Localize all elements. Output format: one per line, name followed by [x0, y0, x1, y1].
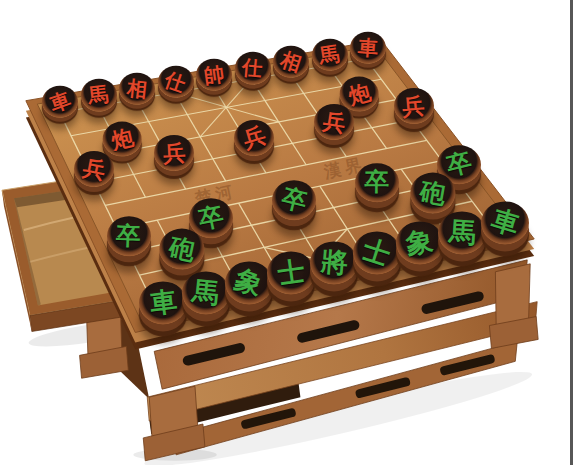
piece-red-soldier[interactable]: 兵 — [394, 88, 434, 124]
piece-red-advisor[interactable]: 仕 — [158, 66, 194, 98]
piece-character: 相 — [126, 77, 148, 99]
product-photo-canvas: 楚河 漢界 車馬相仕帥仕相馬車炮炮兵兵兵兵兵卒卒卒卒卒砲砲車馬象士將士象馬車 — [0, 0, 573, 465]
piece-character: 兵 — [321, 109, 347, 135]
piece-green-cannon[interactable]: 砲 — [410, 173, 455, 214]
piece-character: 將 — [319, 248, 348, 277]
piece-green-soldier[interactable]: 卒 — [189, 198, 233, 238]
piece-green-soldier[interactable]: 卒 — [355, 163, 399, 203]
piece-red-chariot[interactable]: 車 — [42, 86, 78, 118]
piece-character: 卒 — [197, 204, 226, 233]
piece-green-soldier[interactable]: 卒 — [272, 181, 316, 221]
piece-green-chariot[interactable]: 車 — [481, 201, 529, 244]
piece-character: 卒 — [116, 223, 141, 248]
piece-red-soldier[interactable]: 兵 — [154, 135, 194, 171]
piece-green-general[interactable]: 將 — [310, 241, 358, 284]
piece-character: 兵 — [402, 94, 426, 118]
piece-red-horse[interactable]: 馬 — [312, 39, 348, 71]
piece-red-elephant[interactable]: 相 — [273, 45, 309, 77]
piece-character: 象 — [231, 266, 265, 300]
piece-character: 士 — [276, 258, 306, 288]
piece-red-chariot[interactable]: 車 — [350, 32, 386, 64]
piece-character: 仕 — [242, 57, 264, 79]
piece-green-horse[interactable]: 馬 — [182, 271, 230, 314]
piece-red-advisor[interactable]: 仕 — [235, 52, 271, 84]
piece-character: 砲 — [418, 179, 447, 208]
piece-character: 車 — [357, 37, 379, 59]
piece-character: 炮 — [109, 126, 135, 152]
piece-character: 炮 — [346, 81, 373, 108]
piece-character: 兵 — [162, 142, 186, 166]
piece-green-cannon[interactable]: 砲 — [159, 229, 204, 270]
piece-character: 車 — [148, 288, 178, 318]
piece-red-cannon[interactable]: 炮 — [103, 122, 142, 157]
piece-green-advisor[interactable]: 士 — [267, 251, 315, 294]
piece-character: 砲 — [167, 234, 197, 264]
piece-red-elephant[interactable]: 相 — [119, 72, 155, 104]
piece-character: 卒 — [279, 185, 309, 215]
piece-character: 象 — [404, 228, 435, 259]
piece-character: 兵 — [81, 156, 107, 182]
piece-green-elephant[interactable]: 象 — [396, 221, 444, 264]
piece-character: 兵 — [240, 124, 268, 152]
piece-character: 車 — [488, 206, 522, 240]
piece-character: 卒 — [364, 170, 389, 195]
piece-red-soldier[interactable]: 兵 — [74, 151, 114, 187]
piece-green-chariot[interactable]: 車 — [139, 281, 187, 324]
piece-green-advisor[interactable]: 士 — [353, 231, 401, 274]
piece-red-soldier[interactable]: 兵 — [234, 120, 274, 156]
piece-character: 馬 — [318, 43, 341, 66]
piece-character: 士 — [360, 236, 394, 270]
piece-red-horse[interactable]: 馬 — [81, 79, 117, 111]
piece-character: 馬 — [87, 84, 109, 107]
piece-character: 卒 — [444, 150, 474, 180]
piece-green-elephant[interactable]: 象 — [225, 261, 273, 304]
piece-red-general[interactable]: 帥 — [196, 59, 232, 91]
piece-character: 相 — [278, 49, 303, 74]
piece-character: 馬 — [191, 278, 221, 308]
piece-character: 帥 — [203, 64, 226, 87]
piece-red-soldier[interactable]: 兵 — [314, 104, 354, 140]
piece-green-soldier[interactable]: 卒 — [107, 216, 151, 256]
pieces-layer: 車馬相仕帥仕相馬車炮炮兵兵兵兵兵卒卒卒卒卒砲砲車馬象士將士象馬車 — [0, 0, 570, 465]
piece-character: 仕 — [163, 69, 189, 95]
piece-character: 馬 — [448, 219, 477, 248]
piece-character: 車 — [47, 89, 73, 115]
piece-green-horse[interactable]: 馬 — [438, 211, 486, 254]
